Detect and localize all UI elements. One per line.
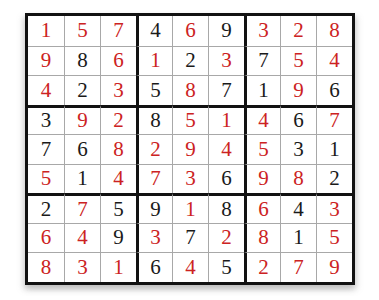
cell-r5c9[interactable]: 1 (316, 134, 352, 164)
cell-r6c1[interactable]: 5 (28, 164, 64, 194)
cell-r1c1[interactable]: 1 (28, 16, 64, 46)
cell-r3c8[interactable]: 9 (280, 75, 316, 105)
cell-r6c5[interactable]: 3 (172, 164, 208, 194)
cell-r3c1[interactable]: 4 (28, 75, 64, 105)
cell-r8c5[interactable]: 7 (172, 223, 208, 253)
cell-r5c2[interactable]: 6 (64, 134, 100, 164)
cell-r5c6[interactable]: 4 (208, 134, 244, 164)
cell-r2c3[interactable]: 6 (100, 46, 136, 76)
cell-r5c8[interactable]: 3 (280, 134, 316, 164)
cell-r1c2[interactable]: 5 (64, 16, 100, 46)
cell-r9c2[interactable]: 3 (64, 252, 100, 282)
cell-r5c3[interactable]: 8 (100, 134, 136, 164)
cell-r6c8[interactable]: 8 (280, 164, 316, 194)
cell-r4c7[interactable]: 4 (244, 105, 280, 135)
cell-r4c2[interactable]: 9 (64, 105, 100, 135)
cell-r3c7[interactable]: 1 (244, 75, 280, 105)
cell-r1c4[interactable]: 4 (136, 16, 172, 46)
cell-r6c6[interactable]: 6 (208, 164, 244, 194)
cell-r3c2[interactable]: 2 (64, 75, 100, 105)
cell-r4c8[interactable]: 6 (280, 105, 316, 135)
cell-r1c3[interactable]: 7 (100, 16, 136, 46)
cell-r1c6[interactable]: 9 (208, 16, 244, 46)
cell-r8c7[interactable]: 8 (244, 223, 280, 253)
cell-r4c3[interactable]: 2 (100, 105, 136, 135)
cell-r1c5[interactable]: 6 (172, 16, 208, 46)
cell-r3c4[interactable]: 5 (136, 75, 172, 105)
cell-r5c7[interactable]: 5 (244, 134, 280, 164)
cell-r2c5[interactable]: 2 (172, 46, 208, 76)
cell-r3c5[interactable]: 8 (172, 75, 208, 105)
cell-r2c9[interactable]: 4 (316, 46, 352, 76)
cell-r7c3[interactable]: 5 (100, 193, 136, 223)
cell-r2c8[interactable]: 5 (280, 46, 316, 76)
cell-r3c3[interactable]: 3 (100, 75, 136, 105)
cell-r5c5[interactable]: 9 (172, 134, 208, 164)
cell-r9c3[interactable]: 1 (100, 252, 136, 282)
cell-r9c8[interactable]: 7 (280, 252, 316, 282)
cell-r6c3[interactable]: 4 (100, 164, 136, 194)
cell-r5c1[interactable]: 7 (28, 134, 64, 164)
cell-r7c7[interactable]: 6 (244, 193, 280, 223)
cell-r2c2[interactable]: 8 (64, 46, 100, 76)
cell-r4c6[interactable]: 1 (208, 105, 244, 135)
cell-r4c4[interactable]: 8 (136, 105, 172, 135)
cell-r8c9[interactable]: 5 (316, 223, 352, 253)
cell-r6c9[interactable]: 2 (316, 164, 352, 194)
cell-r7c5[interactable]: 1 (172, 193, 208, 223)
cell-r8c2[interactable]: 4 (64, 223, 100, 253)
cell-r7c1[interactable]: 2 (28, 193, 64, 223)
cell-r7c8[interactable]: 4 (280, 193, 316, 223)
cell-r6c2[interactable]: 1 (64, 164, 100, 194)
cell-r7c6[interactable]: 8 (208, 193, 244, 223)
cell-r8c3[interactable]: 9 (100, 223, 136, 253)
cell-r5c4[interactable]: 2 (136, 134, 172, 164)
cell-r6c4[interactable]: 7 (136, 164, 172, 194)
cell-r2c6[interactable]: 3 (208, 46, 244, 76)
cell-r9c1[interactable]: 8 (28, 252, 64, 282)
cell-r9c6[interactable]: 5 (208, 252, 244, 282)
cell-r1c9[interactable]: 8 (316, 16, 352, 46)
cell-r6c7[interactable]: 9 (244, 164, 280, 194)
cell-r3c9[interactable]: 6 (316, 75, 352, 105)
cell-r7c4[interactable]: 9 (136, 193, 172, 223)
sudoku-board: 1574693289861237544235871963928514677682… (25, 13, 355, 285)
cell-r1c7[interactable]: 3 (244, 16, 280, 46)
cell-r4c1[interactable]: 3 (28, 105, 64, 135)
cell-r9c7[interactable]: 2 (244, 252, 280, 282)
cell-r2c1[interactable]: 9 (28, 46, 64, 76)
cell-r9c9[interactable]: 9 (316, 252, 352, 282)
cell-r1c8[interactable]: 2 (280, 16, 316, 46)
cell-r8c4[interactable]: 3 (136, 223, 172, 253)
cell-r4c9[interactable]: 7 (316, 105, 352, 135)
sudoku-page: 1574693289861237544235871963928514677682… (0, 0, 379, 300)
cell-r3c6[interactable]: 7 (208, 75, 244, 105)
cell-r7c2[interactable]: 7 (64, 193, 100, 223)
cell-r2c7[interactable]: 7 (244, 46, 280, 76)
cell-r7c9[interactable]: 3 (316, 193, 352, 223)
cell-r8c6[interactable]: 2 (208, 223, 244, 253)
cell-r9c5[interactable]: 4 (172, 252, 208, 282)
cell-r9c4[interactable]: 6 (136, 252, 172, 282)
cell-r4c5[interactable]: 5 (172, 105, 208, 135)
cell-r2c4[interactable]: 1 (136, 46, 172, 76)
cell-r8c8[interactable]: 1 (280, 223, 316, 253)
cell-r8c1[interactable]: 6 (28, 223, 64, 253)
